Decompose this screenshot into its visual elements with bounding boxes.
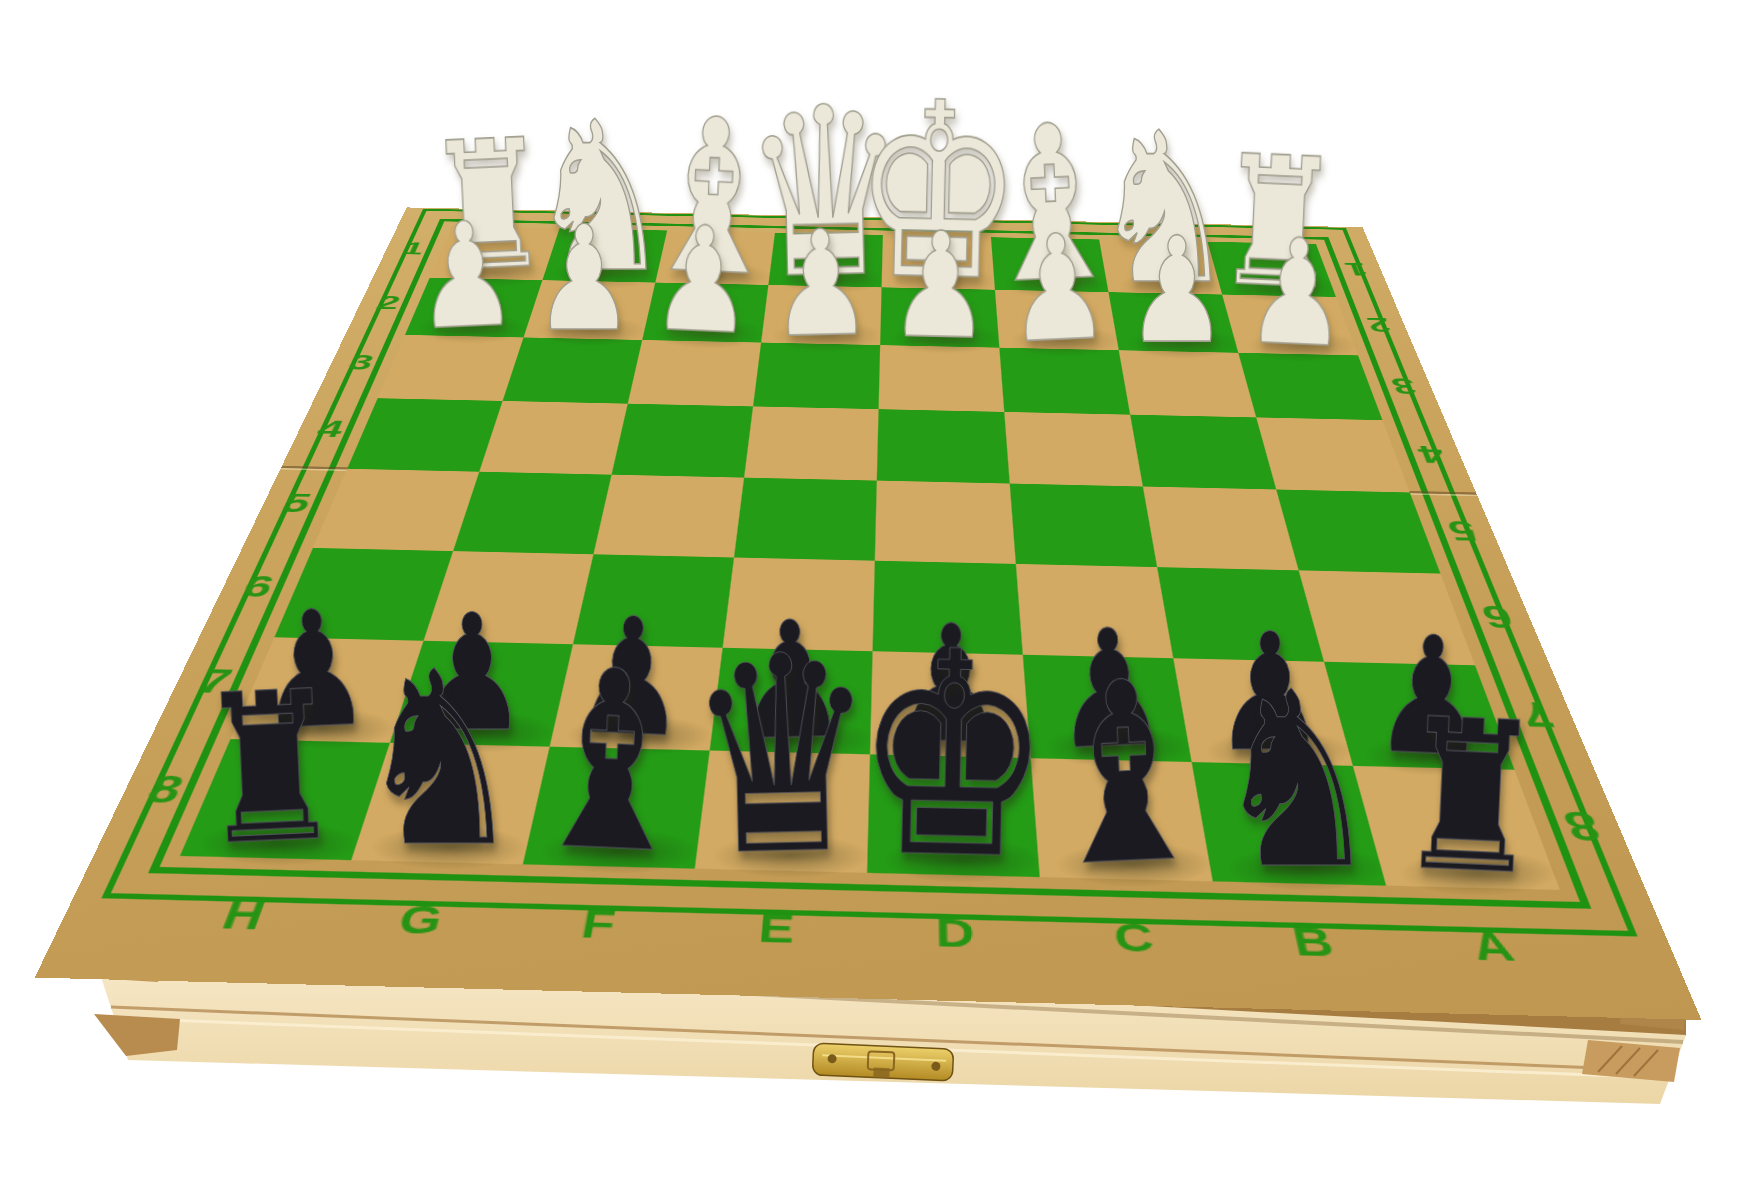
finger-joint [94,1014,180,1056]
square-e5[interactable] [734,478,877,561]
square-a4[interactable] [1256,417,1410,492]
square-b4[interactable] [1130,415,1276,490]
black-bishop-f8[interactable]: ♝ [519,635,703,890]
rank-label-left-5: 5 [278,489,316,516]
rank-label-right-3: 3 [1388,375,1420,397]
square-g4[interactable] [479,401,627,475]
file-label-c: C [1112,917,1156,959]
white-pawn-f2[interactable]: ♟ [649,206,757,355]
square-e4[interactable] [744,406,878,480]
white-pawn-g2[interactable]: ♟ [534,206,635,351]
white-pawn-b2[interactable]: ♟ [1126,218,1228,364]
square-c5[interactable] [1010,484,1157,568]
rank-label-right-5: 5 [1444,517,1481,545]
white-pawn-c2[interactable]: ♟ [1004,214,1112,364]
white-pawn-h2[interactable]: ♟ [412,202,520,351]
square-f5[interactable] [593,475,744,558]
rank-label-left-8: 8 [141,769,190,809]
black-bishop-c8[interactable]: ♝ [1032,646,1217,902]
rank-label-right-2: 2 [1364,315,1394,335]
square-g5[interactable] [453,472,611,555]
white-pawn-d2[interactable]: ♟ [887,212,992,360]
black-knight-b8[interactable]: ♞ [1212,660,1381,902]
black-rook-a8[interactable]: ♜ [1392,690,1547,905]
square-a5[interactable] [1276,489,1440,573]
rank-label-left-3: 3 [345,351,378,373]
rank-label-right-4: 4 [1414,442,1449,467]
square-h4[interactable] [347,398,502,472]
white-pawn-e2[interactable]: ♟ [769,210,874,357]
square-d5[interactable] [875,481,1016,564]
black-knight-g8[interactable]: ♞ [356,641,524,881]
white-pawn-a2[interactable]: ♟ [1242,218,1351,368]
square-f4[interactable] [612,404,753,478]
file-label-g: G [394,899,447,941]
black-rook-h8[interactable]: ♜ [193,663,346,875]
square-b5[interactable] [1143,487,1299,571]
black-king-d8[interactable]: ♚ [851,614,1055,901]
file-label-h: H [217,895,271,936]
rank-label-right-8: 8 [1559,806,1607,847]
chess-box-photo: HGFEDCBA1234567812345678 ♜♞♝♛♚♝♞♜♟♟♟♟♟♟♟… [0,0,1759,1200]
file-label-b: B [1289,921,1337,963]
square-c4[interactable] [1004,412,1143,487]
black-queen-e8[interactable]: ♛ [684,619,880,895]
square-d4[interactable] [877,409,1010,483]
file-label-f: F [578,904,618,945]
square-h5[interactable] [313,469,479,551]
rank-label-left-2: 2 [373,292,404,312]
file-label-a: A [1466,926,1518,968]
latch [812,1043,953,1081]
rank-label-left-4: 4 [313,416,348,440]
